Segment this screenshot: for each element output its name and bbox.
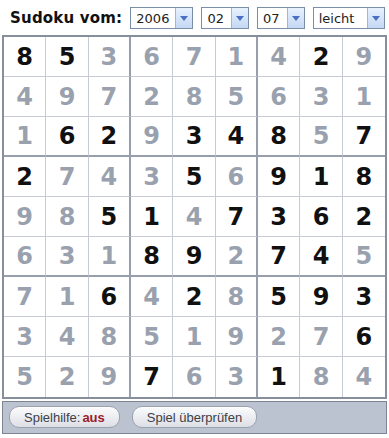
cell-r4c9[interactable]: 8 [343, 157, 385, 197]
cell-r9c2[interactable]: 2 [46, 357, 88, 397]
cell-r2c1[interactable]: 4 [4, 77, 46, 117]
chevron-down-icon [367, 8, 384, 28]
sudoku-app: Sudoku vom: 2006 02 07 leicht 8536714294… [0, 0, 389, 434]
cell-r1c1[interactable]: 8 [4, 37, 46, 77]
select-difficulty-value: leicht [314, 8, 367, 28]
cell-r2c9[interactable]: 1 [343, 77, 385, 117]
cell-r7c3[interactable]: 6 [89, 277, 131, 317]
cell-r6c1[interactable]: 6 [4, 237, 46, 277]
cell-r1c2[interactable]: 5 [46, 37, 88, 77]
cell-r5c4[interactable]: 1 [131, 197, 173, 237]
hint-toggle-button[interactable]: Spielhilfe: aus [9, 406, 120, 428]
cell-r6c7[interactable]: 7 [258, 237, 300, 277]
select-year-value: 2006 [131, 8, 175, 28]
cell-r5c1[interactable]: 9 [4, 197, 46, 237]
select-difficulty[interactable]: leicht [313, 7, 385, 29]
cell-r4c6[interactable]: 6 [216, 157, 258, 197]
cell-r9c8[interactable]: 8 [300, 357, 342, 397]
chevron-down-icon [287, 8, 304, 28]
cell-r2c4[interactable]: 2 [131, 77, 173, 117]
cell-r4c4[interactable]: 3 [131, 157, 173, 197]
cell-r9c9[interactable]: 4 [343, 357, 385, 397]
cell-r3c3[interactable]: 2 [89, 117, 131, 157]
cell-r3c4[interactable]: 9 [131, 117, 173, 157]
hint-label: Spielhilfe: [24, 410, 80, 425]
select-day[interactable]: 07 [257, 7, 305, 29]
chevron-down-icon [231, 8, 248, 28]
cell-r8c2[interactable]: 4 [46, 317, 88, 357]
cell-r2c7[interactable]: 6 [258, 77, 300, 117]
cell-r3c9[interactable]: 7 [343, 117, 385, 157]
cell-r9c3[interactable]: 9 [89, 357, 131, 397]
cell-r5c3[interactable]: 5 [89, 197, 131, 237]
cell-r9c7[interactable]: 1 [258, 357, 300, 397]
cell-r3c5[interactable]: 3 [173, 117, 215, 157]
cell-r7c1[interactable]: 7 [4, 277, 46, 317]
cell-r2c5[interactable]: 8 [173, 77, 215, 117]
cell-r7c8[interactable]: 9 [300, 277, 342, 317]
cell-r8c7[interactable]: 2 [258, 317, 300, 357]
cell-r6c5[interactable]: 9 [173, 237, 215, 277]
select-month-value: 02 [202, 8, 231, 28]
cell-r8c3[interactable]: 8 [89, 317, 131, 357]
cell-r9c6[interactable]: 3 [216, 357, 258, 397]
cell-r3c1[interactable]: 1 [4, 117, 46, 157]
cell-r4c2[interactable]: 7 [46, 157, 88, 197]
cell-r1c4[interactable]: 6 [131, 37, 173, 77]
cell-r6c3[interactable]: 1 [89, 237, 131, 277]
cell-r2c8[interactable]: 3 [300, 77, 342, 117]
cell-r4c5[interactable]: 5 [173, 157, 215, 197]
cell-r1c9[interactable]: 9 [343, 37, 385, 77]
chevron-down-icon [175, 8, 192, 28]
cell-r4c7[interactable]: 9 [258, 157, 300, 197]
cell-r2c6[interactable]: 5 [216, 77, 258, 117]
cell-r7c4[interactable]: 4 [131, 277, 173, 317]
cell-r9c5[interactable]: 6 [173, 357, 215, 397]
cell-r3c2[interactable]: 6 [46, 117, 88, 157]
select-month[interactable]: 02 [201, 7, 249, 29]
header-bar: Sudoku vom: 2006 02 07 leicht [0, 0, 389, 35]
cell-r2c2[interactable]: 9 [46, 77, 88, 117]
cell-r1c5[interactable]: 7 [173, 37, 215, 77]
cell-r8c8[interactable]: 7 [300, 317, 342, 357]
cell-r5c9[interactable]: 2 [343, 197, 385, 237]
cell-r8c1[interactable]: 3 [4, 317, 46, 357]
cell-r8c4[interactable]: 5 [131, 317, 173, 357]
cell-r1c3[interactable]: 3 [89, 37, 131, 77]
cell-r7c2[interactable]: 1 [46, 277, 88, 317]
cell-r2c3[interactable]: 7 [89, 77, 131, 117]
cell-r4c8[interactable]: 1 [300, 157, 342, 197]
cell-r3c7[interactable]: 8 [258, 117, 300, 157]
page-title: Sudoku vom: [10, 9, 122, 27]
select-year[interactable]: 2006 [130, 7, 193, 29]
cell-r7c6[interactable]: 8 [216, 277, 258, 317]
cell-r5c6[interactable]: 7 [216, 197, 258, 237]
cell-r4c3[interactable]: 4 [89, 157, 131, 197]
cell-r5c7[interactable]: 3 [258, 197, 300, 237]
cell-r1c7[interactable]: 4 [258, 37, 300, 77]
cell-r3c8[interactable]: 5 [300, 117, 342, 157]
cell-r1c8[interactable]: 2 [300, 37, 342, 77]
footer-bar: Spielhilfe: aus Spiel überprüfen [2, 401, 387, 434]
cell-r9c1[interactable]: 5 [4, 357, 46, 397]
cell-r5c2[interactable]: 8 [46, 197, 88, 237]
cell-r4c1[interactable]: 2 [4, 157, 46, 197]
sudoku-board: 8536714294972856311629348572743569189851… [2, 35, 387, 399]
cell-r9c4[interactable]: 7 [131, 357, 173, 397]
hint-state: aus [82, 410, 104, 425]
cell-r6c9[interactable]: 5 [343, 237, 385, 277]
cell-r5c8[interactable]: 6 [300, 197, 342, 237]
cell-r5c5[interactable]: 4 [173, 197, 215, 237]
check-label: Spiel überprüfen [147, 410, 242, 425]
cell-r1c6[interactable]: 1 [216, 37, 258, 77]
cell-r8c6[interactable]: 9 [216, 317, 258, 357]
cell-r6c6[interactable]: 2 [216, 237, 258, 277]
cell-r7c7[interactable]: 5 [258, 277, 300, 317]
select-day-value: 07 [258, 8, 287, 28]
cell-r6c8[interactable]: 4 [300, 237, 342, 277]
cell-r7c5[interactable]: 2 [173, 277, 215, 317]
cell-r6c2[interactable]: 3 [46, 237, 88, 277]
cell-r6c4[interactable]: 8 [131, 237, 173, 277]
cell-r3c6[interactable]: 4 [216, 117, 258, 157]
cell-r8c9[interactable]: 6 [343, 317, 385, 357]
cell-r7c9[interactable]: 3 [343, 277, 385, 317]
check-game-button[interactable]: Spiel überprüfen [132, 406, 257, 428]
cell-r8c5[interactable]: 1 [173, 317, 215, 357]
